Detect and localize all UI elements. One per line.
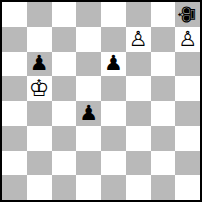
square-d3[interactable]: [76, 126, 101, 151]
square-d7[interactable]: [76, 27, 101, 52]
square-h6[interactable]: [175, 52, 200, 77]
square-b8[interactable]: [27, 2, 52, 27]
square-g4[interactable]: [151, 101, 176, 126]
square-e6[interactable]: ♟: [101, 52, 126, 77]
square-d4[interactable]: ♟: [76, 101, 101, 126]
square-c5[interactable]: [52, 76, 77, 101]
square-f6[interactable]: [126, 52, 151, 77]
square-e2[interactable]: [101, 151, 126, 176]
square-a1[interactable]: [2, 175, 27, 200]
square-c8[interactable]: [52, 2, 77, 27]
white-pawn-piece: ♙: [129, 29, 148, 50]
black-pawn-piece: ♟: [79, 103, 98, 124]
square-b6[interactable]: ♟: [27, 52, 52, 77]
square-g7[interactable]: [151, 27, 176, 52]
black-king-piece: ♚: [176, 4, 199, 25]
square-f4[interactable]: [126, 101, 151, 126]
square-h4[interactable]: [175, 101, 200, 126]
square-a3[interactable]: [2, 126, 27, 151]
board-grid: ♚♙♙♟♟♔♟: [2, 2, 200, 200]
square-e7[interactable]: [101, 27, 126, 52]
square-b2[interactable]: [27, 151, 52, 176]
square-d6[interactable]: [76, 52, 101, 77]
black-pawn-piece: ♟: [30, 53, 49, 74]
square-c3[interactable]: [52, 126, 77, 151]
square-a8[interactable]: [2, 2, 27, 27]
square-a6[interactable]: [2, 52, 27, 77]
square-g5[interactable]: [151, 76, 176, 101]
square-d1[interactable]: [76, 175, 101, 200]
square-d5[interactable]: [76, 76, 101, 101]
square-f3[interactable]: [126, 126, 151, 151]
square-c4[interactable]: [52, 101, 77, 126]
square-c7[interactable]: [52, 27, 77, 52]
square-g1[interactable]: [151, 175, 176, 200]
square-c2[interactable]: [52, 151, 77, 176]
square-h8[interactable]: ♚: [175, 2, 200, 27]
square-h1[interactable]: [175, 175, 200, 200]
chess-board: ♚♙♙♟♟♔♟: [0, 0, 202, 202]
square-b4[interactable]: [27, 101, 52, 126]
square-c6[interactable]: [52, 52, 77, 77]
white-pawn-piece: ♙: [178, 29, 197, 50]
square-e4[interactable]: [101, 101, 126, 126]
square-d2[interactable]: [76, 151, 101, 176]
white-king-piece: ♔: [29, 77, 50, 100]
square-a5[interactable]: [2, 76, 27, 101]
square-d8[interactable]: [76, 2, 101, 27]
square-a4[interactable]: [2, 101, 27, 126]
square-h2[interactable]: [175, 151, 200, 176]
square-f8[interactable]: [126, 2, 151, 27]
square-b5[interactable]: ♔: [27, 76, 52, 101]
square-g8[interactable]: [151, 2, 176, 27]
square-f1[interactable]: [126, 175, 151, 200]
square-b1[interactable]: [27, 175, 52, 200]
square-c1[interactable]: [52, 175, 77, 200]
square-g2[interactable]: [151, 151, 176, 176]
square-b7[interactable]: [27, 27, 52, 52]
square-e3[interactable]: [101, 126, 126, 151]
square-e1[interactable]: [101, 175, 126, 200]
square-b3[interactable]: [27, 126, 52, 151]
square-a2[interactable]: [2, 151, 27, 176]
square-e8[interactable]: [101, 2, 126, 27]
square-f2[interactable]: [126, 151, 151, 176]
square-g6[interactable]: [151, 52, 176, 77]
square-f5[interactable]: [126, 76, 151, 101]
square-e5[interactable]: [101, 76, 126, 101]
square-g3[interactable]: [151, 126, 176, 151]
square-a7[interactable]: [2, 27, 27, 52]
square-h5[interactable]: [175, 76, 200, 101]
square-h3[interactable]: [175, 126, 200, 151]
black-pawn-piece: ♟: [104, 53, 123, 74]
square-h7[interactable]: ♙: [175, 27, 200, 52]
square-f7[interactable]: ♙: [126, 27, 151, 52]
